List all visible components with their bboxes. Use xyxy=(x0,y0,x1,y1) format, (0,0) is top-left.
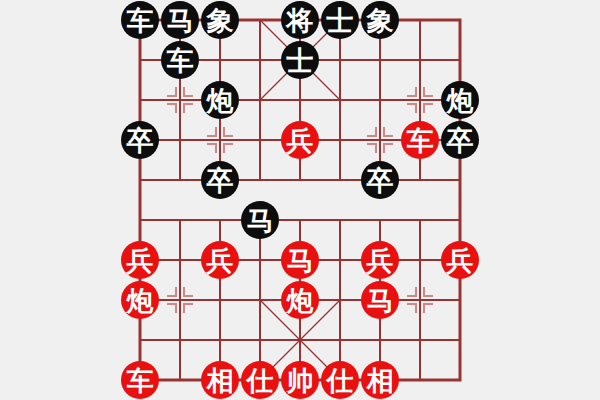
piece-black-chariot[interactable]: 车 xyxy=(121,1,159,39)
piece-red-horse[interactable]: 马 xyxy=(281,241,319,279)
piece-red-advisor[interactable]: 仕 xyxy=(321,361,359,399)
piece-black-horse[interactable]: 马 xyxy=(161,1,199,39)
pieces-layer: 车马象将士象车士炮炮卒兵车卒卒卒马兵兵马兵兵炮炮马车相仕帅仕相 xyxy=(140,20,460,380)
piece-red-soldier[interactable]: 兵 xyxy=(201,241,239,279)
piece-red-soldier[interactable]: 兵 xyxy=(361,241,399,279)
piece-black-soldier[interactable]: 卒 xyxy=(201,161,239,199)
piece-black-soldier[interactable]: 卒 xyxy=(441,121,479,159)
piece-black-advisor[interactable]: 士 xyxy=(281,41,319,79)
piece-black-advisor[interactable]: 士 xyxy=(321,1,359,39)
piece-red-elephant[interactable]: 相 xyxy=(361,361,399,399)
piece-black-horse[interactable]: 马 xyxy=(241,201,279,239)
piece-red-soldier[interactable]: 兵 xyxy=(441,241,479,279)
piece-black-chariot[interactable]: 车 xyxy=(161,41,199,79)
piece-red-general[interactable]: 帅 xyxy=(281,361,319,399)
piece-red-cannon[interactable]: 炮 xyxy=(121,281,159,319)
piece-black-soldier[interactable]: 卒 xyxy=(361,161,399,199)
piece-black-elephant[interactable]: 象 xyxy=(361,1,399,39)
xiangqi-board[interactable]: 车马象将士象车士炮炮卒兵车卒卒卒马兵兵马兵兵炮炮马车相仕帅仕相 xyxy=(140,20,460,380)
piece-red-soldier[interactable]: 兵 xyxy=(121,241,159,279)
piece-red-chariot[interactable]: 车 xyxy=(401,121,439,159)
piece-red-soldier[interactable]: 兵 xyxy=(281,121,319,159)
xiangqi-app: 车马象将士象车士炮炮卒兵车卒卒卒马兵兵马兵兵炮炮马车相仕帅仕相 xyxy=(0,0,600,400)
piece-black-soldier[interactable]: 卒 xyxy=(121,121,159,159)
piece-red-elephant[interactable]: 相 xyxy=(201,361,239,399)
piece-red-cannon[interactable]: 炮 xyxy=(281,281,319,319)
piece-red-advisor[interactable]: 仕 xyxy=(241,361,279,399)
piece-red-chariot[interactable]: 车 xyxy=(121,361,159,399)
piece-red-horse[interactable]: 马 xyxy=(361,281,399,319)
piece-black-cannon[interactable]: 炮 xyxy=(441,81,479,119)
piece-black-general[interactable]: 将 xyxy=(281,1,319,39)
piece-black-elephant[interactable]: 象 xyxy=(201,1,239,39)
piece-black-cannon[interactable]: 炮 xyxy=(201,81,239,119)
